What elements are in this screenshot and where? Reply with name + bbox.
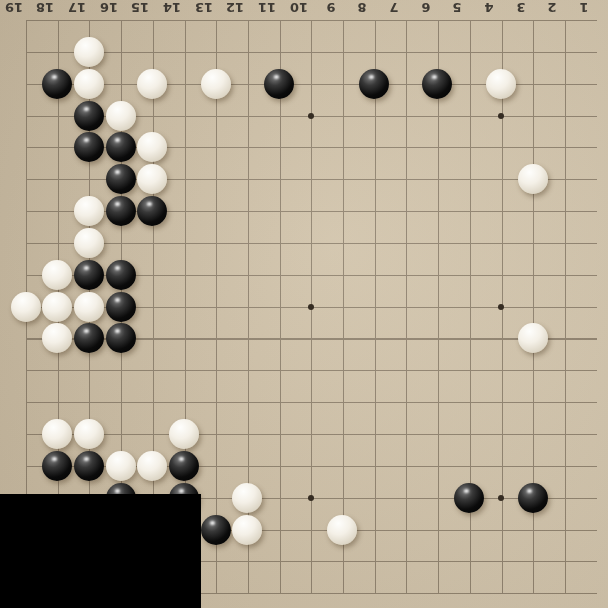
white-stone[interactable]	[518, 323, 548, 353]
white-stone[interactable]	[42, 292, 72, 322]
black-stone[interactable]	[106, 196, 136, 226]
white-stone[interactable]	[74, 419, 104, 449]
white-stone[interactable]	[137, 69, 167, 99]
black-stone[interactable]	[106, 292, 136, 322]
black-stone[interactable]	[359, 69, 389, 99]
black-stone[interactable]	[106, 132, 136, 162]
black-stone[interactable]	[201, 515, 231, 545]
black-stone[interactable]	[74, 260, 104, 290]
white-stone[interactable]	[327, 515, 357, 545]
black-stone[interactable]	[264, 69, 294, 99]
white-stone[interactable]	[74, 292, 104, 322]
white-stone[interactable]	[42, 260, 72, 290]
white-stone[interactable]	[518, 164, 548, 194]
white-stone[interactable]	[42, 419, 72, 449]
white-stone[interactable]	[11, 292, 41, 322]
black-stone[interactable]	[422, 69, 452, 99]
white-stone[interactable]	[169, 419, 199, 449]
white-stone[interactable]	[42, 323, 72, 353]
white-stone[interactable]	[74, 228, 104, 258]
white-stone[interactable]	[106, 101, 136, 131]
white-stone[interactable]	[486, 69, 516, 99]
white-stone[interactable]	[137, 132, 167, 162]
go-board-photo: 19181716151413121110987654321	[0, 0, 608, 608]
black-stone[interactable]	[74, 323, 104, 353]
white-stone[interactable]	[232, 515, 262, 545]
black-stone[interactable]	[74, 451, 104, 481]
white-stone[interactable]	[74, 37, 104, 67]
black-stone[interactable]	[106, 323, 136, 353]
white-stone[interactable]	[137, 451, 167, 481]
black-stone[interactable]	[42, 69, 72, 99]
black-stone[interactable]	[42, 451, 72, 481]
white-stone[interactable]	[74, 69, 104, 99]
black-stone[interactable]	[74, 101, 104, 131]
redaction-box	[0, 494, 201, 608]
black-stone[interactable]	[137, 196, 167, 226]
white-stone[interactable]	[232, 483, 262, 513]
white-stone[interactable]	[137, 164, 167, 194]
black-stone[interactable]	[518, 483, 548, 513]
black-stone[interactable]	[169, 451, 199, 481]
black-stone[interactable]	[106, 164, 136, 194]
black-stone[interactable]	[454, 483, 484, 513]
black-stone[interactable]	[74, 132, 104, 162]
white-stone[interactable]	[106, 451, 136, 481]
white-stone[interactable]	[74, 196, 104, 226]
black-stone[interactable]	[106, 260, 136, 290]
white-stone[interactable]	[201, 69, 231, 99]
